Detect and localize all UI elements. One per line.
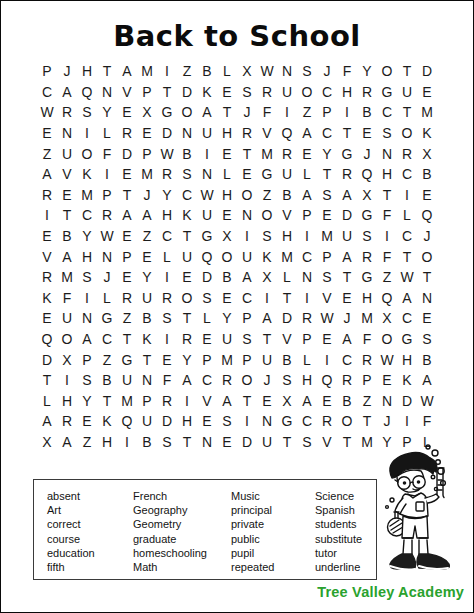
grid-cell[interactable]: H — [177, 411, 197, 432]
grid-cell[interactable]: U — [277, 82, 297, 103]
grid-cell[interactable]: N — [97, 82, 117, 103]
grid-cell[interactable]: G — [397, 329, 417, 350]
grid-cell[interactable]: Z — [357, 391, 377, 412]
grid-cell[interactable]: A — [117, 205, 137, 226]
grid-cell[interactable]: P — [97, 185, 117, 206]
grid-cell[interactable]: T — [157, 82, 177, 103]
grid-cell[interactable]: W — [317, 308, 337, 329]
grid-cell[interactable]: I — [197, 143, 217, 164]
grid-cell[interactable]: D — [117, 143, 137, 164]
grid-cell[interactable]: R — [57, 102, 77, 123]
grid-cell[interactable]: B — [137, 432, 157, 453]
grid-cell[interactable]: P — [297, 329, 317, 350]
grid-cell[interactable]: E — [417, 308, 437, 329]
grid-cell[interactable]: S — [417, 329, 437, 350]
grid-cell[interactable]: R — [337, 164, 357, 185]
grid-cell[interactable]: I — [37, 205, 57, 226]
grid-cell[interactable]: T — [177, 308, 197, 329]
grid-cell[interactable]: E — [117, 102, 137, 123]
grid-cell[interactable]: R — [157, 391, 177, 412]
grid-cell[interactable]: X — [277, 391, 297, 412]
grid-cell[interactable]: B — [357, 102, 377, 123]
grid-cell[interactable]: P — [77, 349, 97, 370]
grid-cell[interactable]: Z — [297, 102, 317, 123]
grid-cell[interactable]: Z — [177, 61, 197, 82]
grid-cell[interactable]: O — [417, 246, 437, 267]
grid-cell[interactable]: S — [157, 432, 177, 453]
grid-cell[interactable]: K — [37, 288, 57, 309]
grid-cell[interactable]: A — [77, 329, 97, 350]
grid-cell[interactable]: Y — [137, 267, 157, 288]
grid-cell[interactable]: H — [77, 61, 97, 82]
grid-cell[interactable]: A — [37, 411, 57, 432]
grid-cell[interactable]: I — [157, 267, 177, 288]
grid-cell[interactable]: D — [417, 61, 437, 82]
grid-cell[interactable]: R — [297, 308, 317, 329]
grid-cell[interactable]: D — [337, 205, 357, 226]
grid-cell[interactable]: W — [417, 391, 437, 412]
grid-cell[interactable]: F — [257, 102, 277, 123]
grid-cell[interactable]: Q — [417, 205, 437, 226]
grid-cell[interactable]: K — [97, 411, 117, 432]
grid-cell[interactable]: R — [117, 123, 137, 144]
grid-cell[interactable]: D — [37, 349, 57, 370]
grid-cell[interactable]: N — [197, 432, 217, 453]
grid-cell[interactable]: I — [277, 102, 297, 123]
grid-cell[interactable]: S — [237, 82, 257, 103]
grid-cell[interactable]: B — [417, 164, 437, 185]
grid-cell[interactable]: A — [57, 432, 77, 453]
grid-cell[interactable]: N — [277, 61, 297, 82]
grid-cell[interactable]: U — [177, 246, 197, 267]
grid-cell[interactable]: I — [377, 226, 397, 247]
grid-cell[interactable]: L — [297, 349, 317, 370]
grid-cell[interactable]: L — [37, 391, 57, 412]
grid-cell[interactable]: S — [177, 164, 197, 185]
grid-cell[interactable]: M — [217, 349, 237, 370]
grid-cell[interactable]: T — [237, 391, 257, 412]
grid-cell[interactable]: E — [37, 226, 57, 247]
grid-cell[interactable]: E — [137, 123, 157, 144]
grid-cell[interactable]: R — [177, 329, 197, 350]
grid-cell[interactable]: E — [237, 164, 257, 185]
grid-cell[interactable]: R — [357, 349, 377, 370]
grid-cell[interactable]: P — [317, 246, 337, 267]
grid-cell[interactable]: P — [137, 391, 157, 412]
grid-cell[interactable]: S — [77, 267, 97, 288]
grid-cell[interactable]: A — [197, 102, 217, 123]
grid-cell[interactable]: C — [97, 329, 117, 350]
grid-cell[interactable]: L — [157, 246, 177, 267]
grid-cell[interactable]: P — [197, 349, 217, 370]
grid-cell[interactable]: A — [397, 288, 417, 309]
grid-cell[interactable]: A — [137, 205, 157, 226]
grid-cell[interactable]: T — [357, 411, 377, 432]
grid-cell[interactable]: H — [377, 164, 397, 185]
grid-cell[interactable]: F — [417, 411, 437, 432]
grid-cell[interactable]: C — [317, 123, 337, 144]
grid-cell[interactable]: Y — [77, 391, 97, 412]
grid-cell[interactable]: T — [317, 164, 337, 185]
grid-cell[interactable]: Q — [317, 370, 337, 391]
grid-cell[interactable]: E — [337, 288, 357, 309]
grid-cell[interactable]: S — [77, 370, 97, 391]
grid-cell[interactable]: I — [157, 329, 177, 350]
grid-cell[interactable]: K — [137, 329, 157, 350]
grid-cell[interactable]: V — [117, 82, 137, 103]
grid-cell[interactable]: E — [217, 288, 237, 309]
grid-cell[interactable]: R — [277, 143, 297, 164]
grid-cell[interactable]: D — [237, 432, 257, 453]
grid-cell[interactable]: A — [57, 82, 77, 103]
grid-cell[interactable]: R — [37, 267, 57, 288]
grid-cell[interactable]: K — [257, 246, 277, 267]
grid-cell[interactable]: L — [217, 61, 237, 82]
grid-cell[interactable]: J — [237, 102, 257, 123]
grid-cell[interactable]: E — [217, 432, 237, 453]
grid-cell[interactable]: K — [197, 82, 217, 103]
grid-cell[interactable]: R — [117, 288, 137, 309]
grid-cell[interactable]: O — [297, 82, 317, 103]
grid-cell[interactable]: Q — [277, 123, 297, 144]
grid-cell[interactable]: O — [217, 246, 237, 267]
grid-cell[interactable]: R — [57, 411, 77, 432]
grid-cell[interactable]: J — [317, 61, 337, 82]
grid-cell[interactable]: T — [57, 205, 77, 226]
grid-cell[interactable]: A — [337, 246, 357, 267]
grid-cell[interactable]: T — [257, 329, 277, 350]
grid-cell[interactable]: O — [177, 288, 197, 309]
grid-cell[interactable]: R — [257, 82, 277, 103]
grid-cell[interactable]: R — [317, 411, 337, 432]
grid-cell[interactable]: D — [157, 123, 177, 144]
grid-cell[interactable]: O — [177, 102, 197, 123]
grid-cell[interactable]: E — [137, 246, 157, 267]
grid-cell[interactable]: W — [397, 267, 417, 288]
grid-cell[interactable]: M — [417, 102, 437, 123]
grid-cell[interactable]: B — [277, 349, 297, 370]
grid-cell[interactable]: S — [297, 61, 317, 82]
grid-cell[interactable]: B — [197, 61, 217, 82]
grid-cell[interactable]: B — [217, 267, 237, 288]
grid-cell[interactable]: C — [37, 82, 57, 103]
grid-cell[interactable]: Y — [217, 308, 237, 329]
grid-cell[interactable]: L — [197, 308, 217, 329]
grid-cell[interactable]: R — [357, 246, 377, 267]
grid-cell[interactable]: E — [217, 82, 237, 103]
grid-cell[interactable]: K — [177, 205, 197, 226]
grid-cell[interactable]: J — [57, 61, 77, 82]
grid-cell[interactable]: S — [77, 102, 97, 123]
grid-cell[interactable]: D — [397, 391, 417, 412]
grid-cell[interactable]: U — [257, 432, 277, 453]
grid-cell[interactable]: X — [417, 143, 437, 164]
grid-cell[interactable]: O — [237, 185, 257, 206]
grid-cell[interactable]: S — [197, 288, 217, 309]
grid-cell[interactable]: S — [377, 123, 397, 144]
grid-cell[interactable]: I — [77, 288, 97, 309]
grid-cell[interactable]: Z — [37, 143, 57, 164]
grid-cell[interactable]: P — [357, 370, 377, 391]
grid-cell[interactable]: E — [357, 123, 377, 144]
grid-cell[interactable]: R — [357, 82, 377, 103]
grid-cell[interactable]: S — [217, 411, 237, 432]
grid-cell[interactable]: F — [57, 288, 77, 309]
grid-cell[interactable]: B — [417, 349, 437, 370]
grid-cell[interactable]: X — [357, 185, 377, 206]
grid-cell[interactable]: Z — [257, 185, 277, 206]
grid-cell[interactable]: U — [397, 82, 417, 103]
grid-cell[interactable]: M — [357, 308, 377, 329]
grid-cell[interactable]: G — [97, 308, 117, 329]
grid-cell[interactable]: X — [137, 102, 157, 123]
grid-cell[interactable]: A — [237, 267, 257, 288]
grid-cell[interactable]: U — [217, 329, 237, 350]
grid-cell[interactable]: V — [197, 391, 217, 412]
grid-cell[interactable]: Q — [197, 246, 217, 267]
grid-cell[interactable]: D — [277, 308, 297, 329]
grid-cell[interactable]: A — [297, 391, 317, 412]
grid-cell[interactable]: K — [397, 370, 417, 391]
grid-cell[interactable]: U — [237, 246, 257, 267]
grid-cell[interactable]: I — [77, 123, 97, 144]
grid-cell[interactable]: G — [357, 267, 377, 288]
grid-cell[interactable]: Y — [357, 61, 377, 82]
grid-cell[interactable]: N — [77, 308, 97, 329]
grid-cell[interactable]: C — [397, 308, 417, 329]
grid-cell[interactable]: E — [317, 205, 337, 226]
grid-cell[interactable]: R — [157, 288, 177, 309]
grid-cell[interactable]: E — [157, 349, 177, 370]
grid-cell[interactable]: Q — [357, 164, 377, 185]
grid-cell[interactable]: U — [337, 226, 357, 247]
grid-cell[interactable]: T — [337, 267, 357, 288]
grid-cell[interactable]: X — [217, 226, 237, 247]
grid-cell[interactable]: K — [417, 123, 437, 144]
grid-cell[interactable]: R — [37, 185, 57, 206]
grid-cell[interactable]: A — [117, 61, 137, 82]
grid-cell[interactable]: V — [317, 288, 337, 309]
grid-cell[interactable]: I — [317, 349, 337, 370]
grid-cell[interactable]: A — [417, 370, 437, 391]
grid-cell[interactable]: U — [277, 164, 297, 185]
grid-cell[interactable]: N — [57, 123, 77, 144]
grid-cell[interactable]: R — [237, 123, 257, 144]
grid-cell[interactable]: E — [217, 205, 237, 226]
grid-cell[interactable]: T — [137, 349, 157, 370]
grid-cell[interactable]: C — [237, 288, 257, 309]
grid-cell[interactable]: W — [257, 61, 277, 82]
grid-cell[interactable]: D — [177, 82, 197, 103]
grid-cell[interactable]: L — [277, 267, 297, 288]
grid-cell[interactable]: U — [197, 123, 217, 144]
grid-cell[interactable]: U — [57, 143, 77, 164]
grid-cell[interactable]: N — [137, 370, 157, 391]
grid-cell[interactable]: I — [397, 185, 417, 206]
grid-cell[interactable]: T — [377, 185, 397, 206]
grid-cell[interactable]: V — [277, 329, 297, 350]
grid-cell[interactable]: O — [337, 411, 357, 432]
grid-cell[interactable]: M — [317, 226, 337, 247]
grid-cell[interactable]: C — [337, 349, 357, 370]
grid-cell[interactable]: I — [237, 226, 257, 247]
grid-cell[interactable]: O — [257, 205, 277, 226]
grid-cell[interactable]: C — [157, 226, 177, 247]
grid-cell[interactable]: C — [397, 164, 417, 185]
grid-cell[interactable]: S — [317, 267, 337, 288]
grid-cell[interactable]: B — [337, 391, 357, 412]
grid-cell[interactable]: R — [97, 205, 117, 226]
grid-cell[interactable]: I — [57, 370, 77, 391]
grid-cell[interactable]: S — [157, 308, 177, 329]
grid-cell[interactable]: G — [277, 411, 297, 432]
grid-cell[interactable]: K — [77, 164, 97, 185]
grid-cell[interactable]: W — [97, 226, 117, 247]
grid-cell[interactable]: P — [37, 61, 57, 82]
grid-cell[interactable]: E — [197, 329, 217, 350]
grid-cell[interactable]: E — [417, 82, 437, 103]
grid-cell[interactable]: U — [137, 411, 157, 432]
grid-cell[interactable]: Y — [157, 185, 177, 206]
grid-cell[interactable]: H — [277, 226, 297, 247]
grid-cell[interactable]: E — [177, 267, 197, 288]
grid-cell[interactable]: C — [77, 205, 97, 226]
grid-cell[interactable]: J — [97, 267, 117, 288]
grid-cell[interactable]: J — [137, 185, 157, 206]
grid-cell[interactable]: X — [37, 432, 57, 453]
grid-cell[interactable]: F — [377, 205, 397, 226]
grid-cell[interactable]: C — [297, 246, 317, 267]
grid-cell[interactable]: E — [257, 391, 277, 412]
grid-cell[interactable]: I — [97, 164, 117, 185]
grid-cell[interactable]: W — [157, 143, 177, 164]
grid-cell[interactable]: P — [317, 102, 337, 123]
grid-cell[interactable]: T — [97, 391, 117, 412]
grid-cell[interactable]: Z — [377, 267, 397, 288]
grid-cell[interactable]: N — [377, 391, 397, 412]
grid-cell[interactable]: O — [377, 61, 397, 82]
grid-cell[interactable]: T — [97, 61, 117, 82]
grid-cell[interactable]: N — [177, 123, 197, 144]
grid-cell[interactable]: E — [37, 123, 57, 144]
grid-cell[interactable]: N — [417, 288, 437, 309]
grid-cell[interactable]: F — [357, 329, 377, 350]
grid-cell[interactable]: I — [117, 432, 137, 453]
grid-cell[interactable]: Q — [77, 82, 97, 103]
grid-cell[interactable]: R — [337, 370, 357, 391]
grid-cell[interactable]: Z — [137, 226, 157, 247]
grid-cell[interactable]: R — [217, 370, 237, 391]
grid-cell[interactable]: E — [317, 329, 337, 350]
grid-cell[interactable]: M — [277, 246, 297, 267]
grid-cell[interactable]: X — [257, 267, 277, 288]
grid-cell[interactable]: G — [197, 226, 217, 247]
grid-cell[interactable]: P — [117, 246, 137, 267]
grid-cell[interactable]: I — [177, 391, 197, 412]
grid-cell[interactable]: Y — [317, 143, 337, 164]
grid-cell[interactable]: A — [337, 185, 357, 206]
grid-cell[interactable]: E — [377, 370, 397, 391]
grid-cell[interactable]: S — [357, 226, 377, 247]
grid-cell[interactable]: I — [297, 226, 317, 247]
grid-cell[interactable]: O — [77, 143, 97, 164]
grid-cell[interactable]: U — [137, 288, 157, 309]
grid-cell[interactable]: U — [257, 349, 277, 370]
grid-cell[interactable]: A — [37, 164, 57, 185]
grid-cell[interactable]: E — [77, 411, 97, 432]
grid-cell[interactable]: O — [57, 329, 77, 350]
grid-cell[interactable]: U — [57, 308, 77, 329]
grid-cell[interactable]: I — [297, 288, 317, 309]
grid-cell[interactable]: B — [277, 185, 297, 206]
grid-cell[interactable]: O — [377, 329, 397, 350]
grid-cell[interactable]: P — [297, 205, 317, 226]
grid-cell[interactable]: W — [377, 349, 397, 370]
grid-cell[interactable]: H — [297, 370, 317, 391]
grid-cell[interactable]: N — [237, 205, 257, 226]
grid-cell[interactable]: C — [397, 226, 417, 247]
grid-cell[interactable]: Z — [117, 308, 137, 329]
grid-cell[interactable]: J — [357, 143, 377, 164]
grid-cell[interactable]: G — [337, 143, 357, 164]
grid-cell[interactable]: H — [397, 349, 417, 370]
grid-cell[interactable]: N — [377, 143, 397, 164]
grid-cell[interactable]: E — [117, 164, 137, 185]
grid-cell[interactable]: Z — [97, 349, 117, 370]
grid-cell[interactable]: G — [117, 349, 137, 370]
grid-cell[interactable]: P — [237, 308, 257, 329]
grid-cell[interactable]: M — [257, 143, 277, 164]
grid-cell[interactable]: Q — [37, 329, 57, 350]
grid-cell[interactable]: O — [237, 370, 257, 391]
grid-cell[interactable]: N — [97, 246, 117, 267]
grid-cell[interactable]: T — [417, 267, 437, 288]
grid-cell[interactable]: R — [157, 164, 177, 185]
grid-cell[interactable]: H — [217, 123, 237, 144]
grid-cell[interactable]: N — [257, 411, 277, 432]
grid-cell[interactable]: I — [397, 411, 417, 432]
grid-cell[interactable]: A — [57, 246, 77, 267]
grid-cell[interactable]: H — [337, 82, 357, 103]
grid-cell[interactable]: U — [197, 205, 217, 226]
grid-cell[interactable]: G — [257, 164, 277, 185]
grid-cell[interactable]: J — [377, 411, 397, 432]
grid-cell[interactable]: H — [57, 391, 77, 412]
grid-cell[interactable]: V — [37, 246, 57, 267]
grid-cell[interactable]: T — [397, 61, 417, 82]
grid-cell[interactable]: H — [97, 432, 117, 453]
grid-cell[interactable]: M — [137, 61, 157, 82]
grid-cell[interactable]: S — [317, 185, 337, 206]
grid-cell[interactable]: T — [277, 432, 297, 453]
grid-cell[interactable]: E — [417, 185, 437, 206]
grid-cell[interactable]: L — [397, 205, 417, 226]
grid-cell[interactable]: Q — [117, 411, 137, 432]
grid-cell[interactable]: E — [317, 391, 337, 412]
grid-cell[interactable]: T — [177, 432, 197, 453]
grid-cell[interactable]: B — [177, 143, 197, 164]
grid-cell[interactable]: Z — [77, 432, 97, 453]
grid-cell[interactable]: L — [297, 164, 317, 185]
grid-cell[interactable]: V — [57, 164, 77, 185]
grid-cell[interactable]: V — [257, 123, 277, 144]
grid-cell[interactable]: F — [97, 143, 117, 164]
grid-cell[interactable]: T — [397, 246, 417, 267]
grid-cell[interactable]: L — [97, 288, 117, 309]
grid-cell[interactable]: M — [117, 391, 137, 412]
grid-cell[interactable]: V — [317, 432, 337, 453]
grid-cell[interactable]: L — [217, 164, 237, 185]
